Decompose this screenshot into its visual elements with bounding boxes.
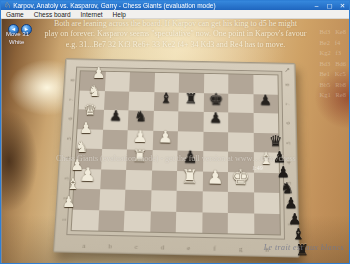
square-h1[interactable] (254, 213, 280, 234)
square-d2[interactable] (150, 190, 176, 211)
evaluation-watermark: Chess Giants (evaluation mode) - get the… (56, 154, 294, 163)
app-window: ♘ Karpov, Anatoly vs. Kasparov, Garry - … (0, 0, 350, 264)
file-label-e: e (187, 244, 190, 252)
board-orientation-arrow-icon: ↗ (284, 66, 290, 73)
piece-bk-f7[interactable]: ♚ (208, 91, 223, 107)
menu-bar: Game Chess board Internet Help (1, 10, 349, 19)
rank-label-7: 7 (68, 98, 74, 101)
square-b2[interactable] (99, 189, 126, 210)
rank-label-5: 5 (285, 141, 291, 144)
square-d1[interactable] (150, 211, 176, 232)
file-label-d: d (160, 243, 164, 251)
piece-wk-g3[interactable]: ♚ (231, 167, 250, 188)
file-label-c: c (134, 243, 137, 251)
piece-bp-b6[interactable]: ♟ (109, 109, 123, 123)
captured-white-b: ♝ (66, 177, 79, 192)
rank-label-8: 8 (69, 79, 75, 82)
square-g7[interactable] (228, 93, 253, 113)
menu-game[interactable]: Game (1, 10, 29, 19)
square-d3[interactable] (151, 170, 177, 191)
captured-white-n: ♞ (88, 84, 101, 99)
rank-label-1: 1 (60, 218, 66, 221)
square-f2[interactable] (202, 191, 228, 212)
move-number-label: Move 31 (6, 31, 29, 38)
close-button[interactable]: ✕ (336, 1, 349, 10)
clock-fragment: 1:49 (252, 165, 263, 171)
captured-black-b: ♝ (292, 227, 305, 242)
piece-wp-f3[interactable]: ♟ (207, 168, 224, 187)
side-to-move-label: White (9, 39, 24, 46)
rank-label-8: 8 (284, 84, 290, 87)
piece-br-e7[interactable]: ♜ (184, 92, 197, 106)
maximize-button[interactable]: ▢ (323, 1, 336, 10)
captured-white-p: ♟ (79, 121, 92, 136)
captured-black-p: ♟ (277, 165, 290, 180)
square-e6[interactable] (178, 111, 203, 131)
piece-bp-f6[interactable]: ♟ (209, 112, 222, 126)
square-b5[interactable] (102, 129, 128, 149)
move-list: Bd3 Ke8 Be2 f4 Kg2 f3 Bd3 Bd6 Be1 Kc5 Bb… (319, 27, 346, 101)
piece-wp-d5[interactable]: ♟ (157, 129, 172, 146)
square-b8[interactable] (104, 72, 130, 91)
captured-white-n: ♞ (75, 140, 88, 155)
square-b1[interactable] (98, 210, 125, 231)
piece-bp-h7[interactable]: ♟ (259, 93, 272, 107)
square-f5[interactable] (203, 131, 228, 151)
file-label-g: g (239, 245, 243, 253)
captured-white-p: ♟ (62, 195, 75, 210)
board-scene: ◄ ► Move 31 White Both are leaning acros… (2, 19, 349, 264)
captured-black-p: ♟ (284, 196, 297, 211)
file-label-a: a (82, 242, 86, 250)
square-h6[interactable] (253, 113, 278, 133)
piece-wr-e3[interactable]: ♜ (181, 167, 198, 186)
piece-wp-c5[interactable]: ♟ (132, 128, 148, 145)
square-g8[interactable] (228, 74, 253, 93)
commentary-line-1: Both are leaning across the board. If Ka… (2, 19, 349, 28)
square-f1[interactable] (202, 212, 228, 233)
square-g1[interactable] (228, 212, 254, 233)
square-c1[interactable] (124, 210, 151, 231)
file-label-f: f (213, 244, 215, 252)
square-e2[interactable] (176, 191, 202, 212)
app-knight-icon: ♘ (4, 2, 11, 10)
square-b3[interactable] (100, 169, 126, 190)
square-a1[interactable] (72, 209, 99, 230)
square-c3[interactable] (125, 169, 151, 190)
minimize-button[interactable]: – (310, 1, 323, 10)
captured-white-q: ♛ (84, 103, 97, 118)
piece-bn-c6[interactable]: ♞ (134, 110, 148, 124)
captured-white-p: ♟ (92, 66, 105, 81)
commentary-line-2: play on forever. Kasparov seems "specula… (2, 29, 349, 38)
rank-label-7: 7 (284, 103, 290, 106)
square-g6[interactable] (228, 112, 253, 132)
menu-internet[interactable]: Internet (76, 10, 108, 19)
file-label-b: b (108, 242, 112, 250)
square-c8[interactable] (129, 72, 154, 91)
turn-caption: Le trait est aux blancs (264, 243, 344, 252)
square-g2[interactable] (228, 192, 254, 213)
chess-board: ♝♜♚♟♟♞♟♟♟♟♜♝♟♜♟♚ (72, 71, 280, 234)
square-h3[interactable] (253, 172, 279, 193)
menu-chess-board[interactable]: Chess board (29, 10, 76, 19)
piece-bb-d7[interactable]: ♝ (159, 91, 172, 105)
square-h2[interactable] (254, 192, 280, 213)
commentary-line-3: e.g. 31...Be7 32 Kf3 Re6+ 33 Ke2 f4+ 34 … (2, 40, 349, 49)
rank-label-6: 6 (67, 117, 73, 120)
square-g5[interactable] (228, 132, 253, 152)
captured-black-q: ♛ (269, 134, 282, 149)
rank-label-5: 5 (65, 137, 71, 140)
rank-label-6: 6 (285, 122, 291, 125)
menu-help[interactable]: Help (108, 10, 131, 19)
square-e1[interactable] (176, 211, 202, 232)
square-c2[interactable] (125, 190, 151, 211)
